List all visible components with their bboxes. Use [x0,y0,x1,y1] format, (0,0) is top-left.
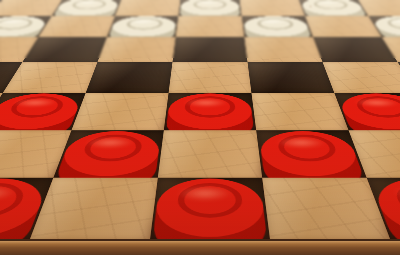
white-checker[interactable]: ● [107,16,178,37]
square-d4[interactable] [86,62,173,92]
square-c6[interactable] [38,16,115,37]
square-d2[interactable]: ● [53,130,163,177]
checker-gloss-highlight [256,19,289,24]
white-checker[interactable]: ● [298,0,368,16]
square-d6[interactable]: ● [107,16,178,37]
square-f4[interactable] [248,62,335,92]
checkers-board: ●●●●●●●●●●●●●●●●●●●●●●●● [0,0,400,239]
square-e1[interactable]: ● [150,178,270,239]
square-e7[interactable]: ● [178,0,241,16]
square-g7[interactable]: ● [298,0,368,16]
square-e3[interactable]: ● [164,93,256,131]
square-e5[interactable] [172,37,247,62]
white-checker[interactable]: ● [178,0,241,16]
white-checker[interactable]: ● [52,0,122,16]
red-checker[interactable]: ● [164,93,256,131]
red-checker[interactable]: ● [150,178,270,239]
checkers-board-photo: ●●●●●●●●●●●●●●●●●●●●●●●● [0,0,400,255]
checker-gloss-highlight [192,0,221,4]
red-checker[interactable]: ● [256,130,366,177]
square-d5[interactable] [97,37,175,62]
white-checker[interactable]: ● [242,16,313,37]
square-c7[interactable]: ● [52,0,122,16]
square-d1[interactable] [30,178,158,239]
checker-gloss-highlight [178,186,231,200]
square-c5[interactable] [22,37,107,62]
square-e6[interactable] [176,16,245,37]
square-f2[interactable]: ● [256,130,366,177]
checker-gloss-highlight [185,98,227,107]
red-checker[interactable]: ● [53,130,163,177]
square-f5[interactable] [244,37,322,62]
board-front-rail [0,239,400,255]
square-f6[interactable]: ● [242,16,313,37]
